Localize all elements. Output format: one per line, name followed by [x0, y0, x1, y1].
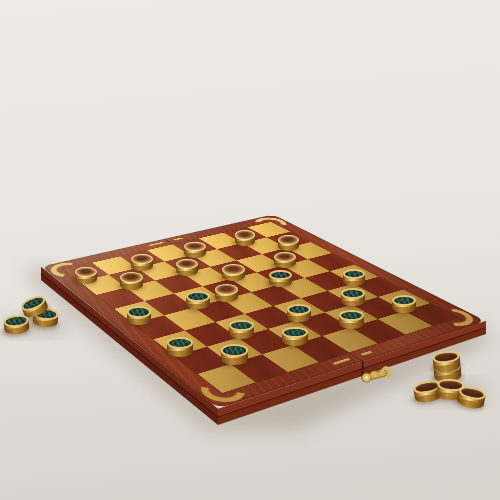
brass-clasp[interactable] — [0, 0, 500, 500]
scene — [0, 0, 500, 500]
